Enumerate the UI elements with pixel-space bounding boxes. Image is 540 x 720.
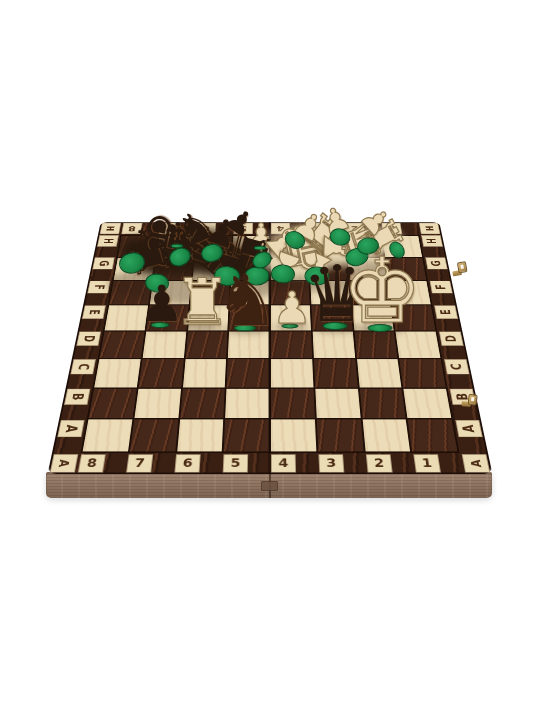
felt-base-disc bbox=[254, 246, 267, 251]
front-light-king: ♚ bbox=[342, 246, 423, 336]
brass-latch-lower bbox=[461, 393, 480, 409]
latch-hole bbox=[471, 397, 474, 401]
latch-hole bbox=[460, 265, 464, 269]
front-dark-knight: ♞ bbox=[215, 264, 280, 336]
pieces-layer: ♟♟♚♜♝♛♞♝♟♜♟♟♝♝♚♜♝♟♛♟♜♟♟♝♟♜♞♟♛♚ bbox=[0, 0, 540, 720]
product-photo: 87654321 87654321 HGFEDCBA HGFEDCBA H H … bbox=[0, 0, 540, 720]
felt-base-disc bbox=[171, 244, 184, 249]
